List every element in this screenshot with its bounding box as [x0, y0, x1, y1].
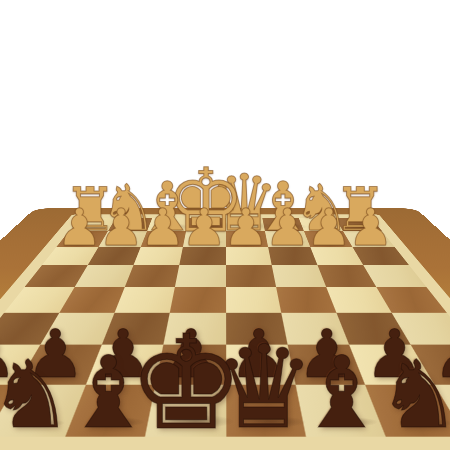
piece-white-pawn-g2: ♟ — [98, 202, 144, 253]
piece-black-knight-b8: ♞ — [377, 349, 450, 442]
piece-white-pawn-b2: ♟ — [306, 202, 352, 253]
piece-white-pawn-a2: ♟ — [348, 202, 394, 253]
chess-set-photo: ♜♞♝♛♚♝♞♜♟♟♟♟♟♟♟♟♟♟♟♟♟♟♟♟♜♞♝♛♚♝♞♜ — [0, 0, 450, 450]
piece-black-bishop-f8: ♝ — [64, 344, 153, 444]
square-e4 — [175, 265, 225, 287]
piece-white-pawn-f2: ♟ — [140, 202, 186, 253]
piece-white-pawn-e2: ♟ — [181, 202, 227, 253]
square-f4 — [125, 265, 179, 287]
piece-white-pawn-d2: ♟ — [223, 202, 269, 253]
piece-white-pawn-h2: ♟ — [57, 202, 103, 253]
square-c4 — [271, 265, 325, 287]
piece-white-pawn-c2: ♟ — [265, 202, 311, 253]
piece-black-knight-g8: ♞ — [0, 349, 73, 442]
square-d4 — [225, 265, 275, 287]
square-c5 — [275, 287, 335, 313]
